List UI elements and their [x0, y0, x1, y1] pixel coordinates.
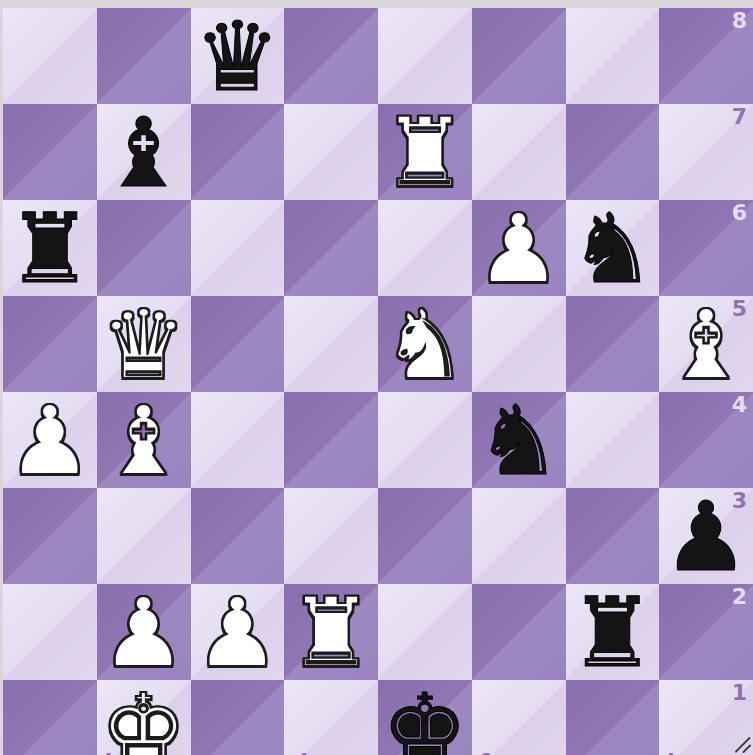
square-h7[interactable]: 7	[659, 104, 753, 200]
square-g3[interactable]	[566, 488, 660, 584]
square-d6[interactable]	[284, 200, 378, 296]
square-f6[interactable]: ♟	[472, 200, 566, 296]
square-f5[interactable]	[472, 296, 566, 392]
square-h2[interactable]: 2	[659, 584, 753, 680]
file-label-d: d	[292, 751, 308, 755]
piece-white-bishop[interactable]: ♝	[101, 393, 187, 489]
square-a6[interactable]: ♜	[3, 200, 97, 296]
piece-white-bishop[interactable]: ♝	[663, 297, 749, 393]
rank-label-1: 1	[732, 682, 747, 704]
square-d8[interactable]	[284, 8, 378, 104]
square-a4[interactable]: ♟	[3, 392, 97, 488]
square-c1[interactable]: c	[191, 680, 285, 755]
square-f7[interactable]	[472, 104, 566, 200]
square-b5[interactable]: ♛	[97, 296, 191, 392]
square-f1[interactable]: f	[472, 680, 566, 755]
rank-label-7: 7	[732, 106, 747, 128]
piece-white-queen[interactable]: ♛	[101, 297, 187, 393]
square-c7[interactable]	[191, 104, 285, 200]
square-a7[interactable]	[3, 104, 97, 200]
piece-black-rook[interactable]: ♜	[7, 201, 93, 297]
square-h4[interactable]: 4	[659, 392, 753, 488]
square-d4[interactable]	[284, 392, 378, 488]
square-b8[interactable]	[97, 8, 191, 104]
square-d1[interactable]: d	[284, 680, 378, 755]
piece-black-bishop[interactable]: ♝	[101, 105, 187, 201]
square-g4[interactable]	[566, 392, 660, 488]
square-e5[interactable]: ♞	[378, 296, 472, 392]
piece-white-pawn[interactable]: ♟	[101, 585, 187, 681]
piece-white-pawn[interactable]: ♟	[194, 585, 280, 681]
square-g2[interactable]: ♜	[566, 584, 660, 680]
file-label-h: h	[667, 751, 683, 755]
piece-black-knight[interactable]: ♞	[476, 393, 562, 489]
chess-board: ♛8♝♜7♜♟♞6♛♞5♝♟♝♞43♟♟♟♜♜2ab♚cde♚fgh1	[3, 8, 753, 755]
piece-white-rook[interactable]: ♜	[288, 585, 374, 681]
square-b7[interactable]: ♝	[97, 104, 191, 200]
square-a1[interactable]: a	[3, 680, 97, 755]
file-label-g: g	[574, 751, 590, 755]
square-a3[interactable]	[3, 488, 97, 584]
piece-white-knight[interactable]: ♞	[382, 297, 468, 393]
square-f3[interactable]	[472, 488, 566, 584]
square-c8[interactable]: ♛	[191, 8, 285, 104]
square-e8[interactable]	[378, 8, 472, 104]
square-b1[interactable]: b♚	[97, 680, 191, 755]
square-h5[interactable]: 5♝	[659, 296, 753, 392]
file-label-a: a	[11, 751, 26, 755]
square-g1[interactable]: g	[566, 680, 660, 755]
square-h6[interactable]: 6	[659, 200, 753, 296]
square-c6[interactable]	[191, 200, 285, 296]
square-d2[interactable]: ♜	[284, 584, 378, 680]
piece-white-king[interactable]: ♚	[101, 681, 187, 755]
square-c5[interactable]	[191, 296, 285, 392]
square-b3[interactable]	[97, 488, 191, 584]
piece-black-queen[interactable]: ♛	[194, 9, 280, 105]
square-f8[interactable]	[472, 8, 566, 104]
piece-black-king[interactable]: ♚	[382, 681, 468, 755]
square-g6[interactable]: ♞	[566, 200, 660, 296]
square-h3[interactable]: 3♟	[659, 488, 753, 584]
rank-label-8: 8	[732, 10, 747, 32]
square-a2[interactable]	[3, 584, 97, 680]
piece-white-pawn[interactable]: ♟	[7, 393, 93, 489]
square-c3[interactable]	[191, 488, 285, 584]
file-label-f: f	[480, 751, 490, 755]
rank-label-6: 6	[732, 202, 747, 224]
square-e4[interactable]	[378, 392, 472, 488]
square-h8[interactable]: 8	[659, 8, 753, 104]
square-b6[interactable]	[97, 200, 191, 296]
square-g8[interactable]	[566, 8, 660, 104]
square-a8[interactable]	[3, 8, 97, 104]
square-c4[interactable]	[191, 392, 285, 488]
square-e6[interactable]	[378, 200, 472, 296]
square-a5[interactable]	[3, 296, 97, 392]
piece-black-knight[interactable]: ♞	[569, 201, 655, 297]
square-g7[interactable]	[566, 104, 660, 200]
square-f2[interactable]	[472, 584, 566, 680]
piece-white-rook[interactable]: ♜	[382, 105, 468, 201]
board-resize-handle-icon[interactable]	[734, 736, 751, 753]
square-e1[interactable]: e♚	[378, 680, 472, 755]
piece-black-pawn[interactable]: ♟	[663, 489, 749, 585]
piece-black-rook[interactable]: ♜	[569, 585, 655, 681]
square-d3[interactable]	[284, 488, 378, 584]
square-d7[interactable]	[284, 104, 378, 200]
square-e7[interactable]: ♜	[378, 104, 472, 200]
square-d5[interactable]	[284, 296, 378, 392]
square-c2[interactable]: ♟	[191, 584, 285, 680]
square-b4[interactable]: ♝	[97, 392, 191, 488]
piece-white-pawn[interactable]: ♟	[476, 201, 562, 297]
file-label-c: c	[199, 751, 212, 755]
square-g5[interactable]	[566, 296, 660, 392]
square-e3[interactable]	[378, 488, 472, 584]
square-f4[interactable]: ♞	[472, 392, 566, 488]
square-b2[interactable]: ♟	[97, 584, 191, 680]
square-e2[interactable]	[378, 584, 472, 680]
